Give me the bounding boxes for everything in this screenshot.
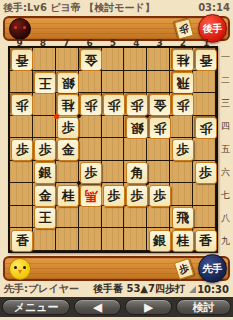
last-move-marker (54, 114, 59, 119)
rank-label: 九 (219, 230, 232, 253)
square-3-5[interactable] (147, 138, 170, 161)
piece-sente[interactable]: 金 (34, 185, 56, 207)
square-8-1[interactable] (33, 48, 56, 71)
piece-gote[interactable]: 金 (80, 49, 102, 71)
square-2-7[interactable] (170, 183, 193, 206)
avatar-eye-icon (23, 266, 26, 269)
piece-gote[interactable]: 歩 (80, 94, 102, 116)
piece-sente[interactable]: 歩 (11, 139, 33, 161)
square-2-6[interactable] (170, 161, 193, 184)
square-9-7[interactable] (10, 183, 33, 206)
square-1-8[interactable] (193, 206, 216, 229)
square-2-3[interactable]: 歩 (170, 93, 193, 116)
square-4-1[interactable] (124, 48, 147, 71)
square-5-4[interactable] (102, 116, 125, 139)
chick-beak-icon (18, 270, 22, 274)
square-5-3[interactable]: 歩 (102, 93, 125, 116)
piece-gote[interactable]: 歩 (195, 117, 217, 139)
rank-label: 一 (219, 46, 232, 69)
square-7-1[interactable] (56, 48, 79, 71)
sente-avatar (9, 258, 31, 280)
square-2-5[interactable]: 歩 (170, 138, 193, 161)
square-4-2[interactable] (124, 71, 147, 94)
analyze-button[interactable]: 検討 (176, 299, 231, 315)
piece-sente[interactable]: 銀 (34, 162, 56, 184)
square-3-4[interactable]: 歩 (147, 116, 170, 139)
square-9-6[interactable] (10, 161, 33, 184)
square-1-6[interactable]: 歩 (193, 161, 216, 184)
hand-piece-gote[interactable]: 歩 (174, 18, 194, 40)
square-3-7[interactable]: 歩 (147, 183, 170, 206)
piece-sente[interactable]: 歩 (57, 117, 79, 139)
sente-hand-tray: 歩 先手 (3, 256, 230, 281)
square-7-9[interactable] (56, 228, 79, 251)
piece-sente[interactable]: 歩 (80, 162, 102, 184)
square-9-8[interactable] (10, 206, 33, 229)
square-5-2[interactable] (102, 71, 125, 94)
piece-sente[interactable]: 金 (57, 139, 79, 161)
avatar-eye-icon (14, 26, 17, 29)
square-7-6[interactable] (56, 161, 79, 184)
square-8-9[interactable] (33, 228, 56, 251)
opponent-info-label: 後手:Lv6 ピヨ帝 【検討モード】 (3, 1, 155, 15)
back-move-button[interactable]: ◀ (74, 299, 121, 315)
square-1-4[interactable]: 歩 (193, 116, 216, 139)
piece-gote[interactable]: 桂 (172, 49, 194, 71)
square-4-3[interactable]: 歩 (124, 93, 147, 116)
rank-label: 六 (219, 161, 232, 184)
square-6-5[interactable] (79, 138, 102, 161)
piece-gote[interactable]: 歩 (11, 94, 33, 116)
square-9-2[interactable] (10, 71, 33, 94)
piece-gote[interactable]: 金 (149, 94, 171, 116)
square-6-8[interactable] (79, 206, 102, 229)
rank-label: 二 (219, 69, 232, 92)
gote-hand-pieces: 歩 (176, 20, 198, 38)
square-4-7[interactable]: 歩 (124, 183, 147, 206)
square-8-5[interactable]: 歩 (33, 138, 56, 161)
square-6-1[interactable]: 金 (79, 48, 102, 71)
bottom-toolbar: メニュー ◀ ▶ 検討 (0, 297, 233, 317)
square-5-9[interactable] (102, 228, 125, 251)
square-1-2[interactable] (193, 71, 216, 94)
forward-move-button[interactable]: ▶ (125, 299, 172, 315)
square-4-6[interactable]: 角 (124, 161, 147, 184)
square-9-3[interactable]: 歩 (10, 93, 33, 116)
square-9-5[interactable]: 歩 (10, 138, 33, 161)
square-4-4[interactable]: 銀 (124, 116, 147, 139)
square-5-6[interactable] (102, 161, 125, 184)
piece-sente[interactable]: 香 (195, 230, 217, 252)
piece-sente[interactable]: 桂 (172, 230, 194, 252)
piece-sente[interactable]: 歩 (172, 139, 194, 161)
shogi-board[interactable]: 香金桂香王銀飛歩桂歩歩歩金歩歩銀歩歩歩歩金歩銀歩角歩金桂馬歩歩歩王飛香銀桂香 (8, 46, 218, 253)
square-4-9[interactable] (124, 228, 147, 251)
square-9-1[interactable]: 香 (10, 48, 33, 71)
piece-sente[interactable]: 王 (34, 207, 56, 229)
square-5-8[interactable] (102, 206, 125, 229)
shogi-app-screen: 後手:Lv6 ピヨ帝 【検討モード】 03:14 歩 後手 987654321 … (0, 0, 233, 320)
square-2-1[interactable]: 桂 (170, 48, 193, 71)
bottom-status-row: 先手:プレイヤー 後手番 53▲7四歩打 10:30 (0, 281, 233, 297)
square-6-2[interactable] (79, 71, 102, 94)
corner-triangle-icon (189, 286, 196, 293)
piece-gote[interactable]: 歩 (149, 117, 171, 139)
piece-sente[interactable]: 角 (126, 162, 148, 184)
square-5-5[interactable] (102, 138, 125, 161)
square-6-4[interactable] (79, 116, 102, 139)
square-8-6[interactable]: 銀 (33, 161, 56, 184)
rank-label: 七 (219, 184, 232, 207)
piece-sente[interactable]: 銀 (149, 230, 171, 252)
piece-gote[interactable]: 銀 (126, 117, 148, 139)
hand-piece-sente[interactable]: 歩 (174, 257, 195, 279)
square-8-7[interactable]: 金 (33, 183, 56, 206)
gote-clock: 03:14 (198, 2, 230, 13)
square-2-8[interactable]: 飛 (170, 206, 193, 229)
avatar-eye-icon (14, 266, 17, 269)
square-6-9[interactable] (79, 228, 102, 251)
piece-gote[interactable]: 歩 (126, 94, 148, 116)
piece-gote[interactable]: 歩 (172, 94, 194, 116)
square-9-9[interactable]: 香 (10, 228, 33, 251)
square-4-5[interactable] (124, 138, 147, 161)
square-5-7[interactable]: 歩 (102, 183, 125, 206)
menu-button[interactable]: メニュー (2, 299, 70, 315)
square-1-7[interactable] (193, 183, 216, 206)
square-9-4[interactable] (10, 116, 33, 139)
piece-gote[interactable]: 銀 (57, 72, 79, 94)
square-6-3[interactable]: 歩 (79, 93, 102, 116)
square-8-2[interactable]: 王 (33, 71, 56, 94)
top-status-bar: 後手:Lv6 ピヨ帝 【検討モード】 03:14 (0, 0, 233, 15)
turn-and-last-move: 後手番 53▲7四歩打 (93, 282, 185, 296)
rank-label: 五 (219, 138, 232, 161)
piece-sente[interactable]: 歩 (126, 185, 148, 207)
square-7-7[interactable]: 桂 (56, 183, 79, 206)
piece-sente[interactable]: 香 (11, 230, 33, 252)
square-7-3[interactable]: 桂 (56, 93, 79, 116)
gote-hand-tray: 歩 後手 (3, 16, 230, 41)
piece-gote[interactable]: 王 (34, 72, 56, 94)
rank-coordinate-labels: 一二三四五六七八九 (219, 46, 232, 253)
square-7-4[interactable]: 歩 (56, 116, 79, 139)
square-8-3[interactable] (33, 93, 56, 116)
square-3-9[interactable]: 銀 (147, 228, 170, 251)
square-5-1[interactable] (102, 48, 125, 71)
piece-gote[interactable]: 香 (195, 49, 217, 71)
square-6-7[interactable]: 馬 (79, 183, 102, 206)
piece-sente[interactable]: 歩 (149, 185, 171, 207)
square-1-9[interactable]: 香 (193, 228, 216, 251)
piece-sente[interactable]: 歩 (34, 139, 56, 161)
piece-sente[interactable]: 歩 (195, 162, 217, 184)
square-2-4[interactable] (170, 116, 193, 139)
piece-gote-promoted[interactable]: 馬 (80, 185, 102, 207)
square-1-3[interactable] (193, 93, 216, 116)
square-7-5[interactable]: 金 (56, 138, 79, 161)
piece-sente[interactable]: 歩 (103, 185, 125, 207)
rank-label: 三 (219, 92, 232, 115)
square-2-2[interactable]: 飛 (170, 71, 193, 94)
avatar-eye-icon (23, 26, 26, 29)
sente-badge: 先手 (198, 254, 227, 283)
square-8-4[interactable] (33, 116, 56, 139)
square-7-2[interactable]: 銀 (56, 71, 79, 94)
square-6-6[interactable]: 歩 (79, 161, 102, 184)
square-3-6[interactable] (147, 161, 170, 184)
square-7-8[interactable] (56, 206, 79, 229)
square-3-2[interactable] (147, 71, 170, 94)
sente-player-name: 先手:プレイヤー (4, 282, 79, 296)
piece-sente[interactable]: 飛 (172, 207, 194, 229)
rank-label: 四 (219, 115, 232, 138)
square-8-8[interactable]: 王 (33, 206, 56, 229)
square-3-1[interactable] (147, 48, 170, 71)
sente-hand-pieces: 歩 (176, 260, 198, 278)
square-1-5[interactable] (193, 138, 216, 161)
square-1-1[interactable]: 香 (193, 48, 216, 71)
square-3-3[interactable]: 金 (147, 93, 170, 116)
square-2-9[interactable]: 桂 (170, 228, 193, 251)
piece-gote[interactable]: 桂 (57, 94, 79, 116)
piece-gote[interactable]: 飛 (172, 72, 194, 94)
sente-clock: 10:30 (189, 284, 229, 295)
square-3-8[interactable] (147, 206, 170, 229)
piece-gote[interactable]: 歩 (103, 94, 125, 116)
rank-label: 八 (219, 207, 232, 230)
piece-sente[interactable]: 桂 (57, 185, 79, 207)
piece-gote[interactable]: 香 (11, 49, 33, 71)
square-4-8[interactable] (124, 206, 147, 229)
gote-avatar (9, 18, 31, 40)
